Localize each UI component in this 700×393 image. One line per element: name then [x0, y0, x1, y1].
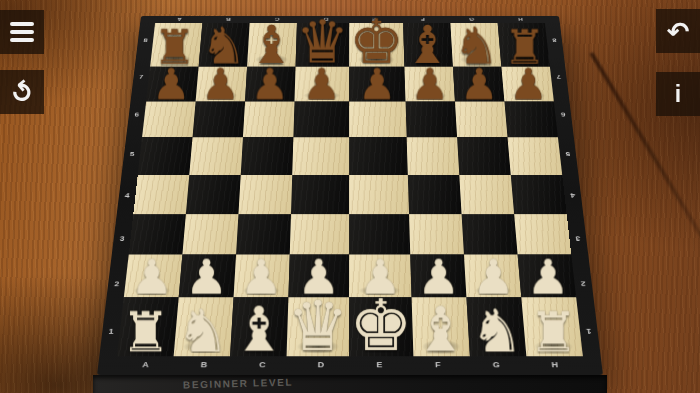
square-a7[interactable]: ♟: [146, 67, 199, 102]
white-king[interactable]: ♚: [349, 290, 413, 361]
square-f5[interactable]: [406, 137, 459, 175]
board-squares: ♜♞♝♛♚♝♞♜♟♟♟♟♟♟♟♟♟♟♟♟♟♟♟♟♜♞♝♛♚♝♞♜: [117, 23, 583, 356]
square-b3[interactable]: [182, 214, 238, 255]
square-a6[interactable]: [142, 101, 196, 137]
rank-label-right-1: 1: [580, 327, 599, 335]
square-a5[interactable]: [138, 137, 193, 175]
square-g6[interactable]: [455, 101, 508, 137]
rank-label-right-6: 6: [555, 111, 572, 118]
square-g5[interactable]: [457, 137, 511, 175]
rank-label-right-5: 5: [559, 150, 576, 157]
rank-label-right-2: 2: [574, 280, 592, 288]
square-e5[interactable]: [349, 137, 407, 175]
rank-label-left-4: 4: [119, 191, 136, 198]
square-a1[interactable]: ♜: [117, 297, 179, 356]
square-b6[interactable]: [193, 101, 246, 137]
chess-board[interactable]: ♜♞♝♛♚♝♞♜♟♟♟♟♟♟♟♟♟♟♟♟♟♟♟♟♜♞♝♛♚♝♞♜ 8877665…: [97, 16, 603, 375]
square-h2[interactable]: ♟: [518, 255, 577, 298]
square-g1[interactable]: ♞: [466, 297, 526, 356]
square-a4[interactable]: [133, 175, 189, 214]
rank-label-left-8: 8: [138, 37, 154, 43]
square-c2[interactable]: ♟: [234, 255, 290, 298]
square-d4[interactable]: [291, 175, 349, 214]
hamburger-menu-icon: [10, 22, 34, 42]
square-h4[interactable]: [511, 175, 567, 214]
square-c4[interactable]: [239, 175, 293, 214]
square-e7[interactable]: ♟: [349, 67, 405, 102]
undo-arrow-icon: ↶: [667, 18, 690, 45]
chess-3d-app-screen: ♜♞♝♛♚♝♞♜♟♟♟♟♟♟♟♟♟♟♟♟♟♟♟♟♜♞♝♛♚♝♞♜ 8877665…: [0, 0, 700, 393]
info-button[interactable]: i: [656, 72, 700, 116]
square-h5[interactable]: [507, 137, 562, 175]
square-b5[interactable]: [189, 137, 243, 175]
square-g7[interactable]: ♟: [453, 67, 505, 102]
rank-label-right-4: 4: [564, 191, 581, 198]
square-c1[interactable]: ♝: [230, 297, 288, 356]
square-e6[interactable]: [349, 101, 406, 137]
square-f6[interactable]: [405, 101, 457, 137]
square-b1[interactable]: ♞: [174, 297, 234, 356]
board-front-face: BEGINNER LEVEL: [93, 375, 607, 393]
square-h6[interactable]: [504, 101, 558, 137]
square-c3[interactable]: [236, 214, 291, 255]
menu-button[interactable]: [0, 10, 44, 54]
square-h1[interactable]: ♜: [521, 297, 583, 356]
square-c6[interactable]: [243, 101, 295, 137]
square-c5[interactable]: [241, 137, 294, 175]
file-label-bottom-e: E: [376, 361, 382, 370]
file-label-bottom-d: D: [317, 361, 324, 370]
file-label-bottom-h: H: [551, 361, 558, 370]
info-icon: i: [675, 83, 681, 106]
square-f7[interactable]: ♟: [404, 67, 455, 102]
white-bishop[interactable]: ♝: [414, 300, 469, 361]
file-label-bottom-c: C: [259, 361, 266, 370]
rank-label-left-1: 1: [102, 327, 121, 335]
square-f3[interactable]: [409, 214, 464, 255]
square-f4[interactable]: [407, 175, 461, 214]
square-f1[interactable]: ♝: [411, 297, 469, 356]
square-f2[interactable]: ♟: [410, 255, 466, 298]
rank-label-right-8: 8: [547, 37, 563, 43]
rank-label-left-6: 6: [129, 111, 146, 118]
file-label-bottom-b: B: [200, 361, 207, 370]
square-b2[interactable]: ♟: [179, 255, 236, 298]
rotate-board-button[interactable]: ↺: [0, 70, 44, 114]
square-a3[interactable]: [129, 214, 186, 255]
square-d5[interactable]: [293, 137, 350, 175]
chess-board-3d: ♜♞♝♛♚♝♞♜♟♟♟♟♟♟♟♟♟♟♟♟♟♟♟♟♜♞♝♛♚♝♞♜ 8877665…: [97, 16, 603, 375]
rank-label-left-7: 7: [133, 73, 149, 79]
white-knight[interactable]: ♞: [176, 301, 229, 360]
rank-label-right-3: 3: [569, 235, 587, 242]
rank-label-left-3: 3: [113, 235, 131, 242]
rank-label-left-5: 5: [124, 150, 141, 157]
rank-label-left-2: 2: [108, 280, 126, 288]
square-g2[interactable]: ♟: [464, 255, 521, 298]
square-e1[interactable]: ♚: [349, 297, 413, 356]
square-d1[interactable]: ♛: [287, 297, 349, 356]
file-label-bottom-a: A: [142, 361, 149, 370]
square-d3[interactable]: [290, 214, 349, 255]
square-b4[interactable]: [186, 175, 241, 214]
square-e3[interactable]: [349, 214, 410, 255]
level-label: BEGINNER LEVEL: [183, 377, 293, 391]
square-h3[interactable]: [514, 214, 571, 255]
square-e4[interactable]: [349, 175, 409, 214]
square-c7[interactable]: ♟: [245, 67, 296, 102]
white-knight[interactable]: ♞: [471, 301, 524, 360]
square-g3[interactable]: [461, 214, 517, 255]
white-bishop[interactable]: ♝: [232, 300, 287, 361]
file-label-bottom-g: G: [492, 361, 500, 370]
square-g4[interactable]: [459, 175, 514, 214]
square-d7[interactable]: ♟: [295, 67, 349, 102]
rank-label-right-7: 7: [551, 73, 567, 79]
square-a2[interactable]: ♟: [124, 255, 183, 298]
square-h7[interactable]: ♟: [501, 67, 554, 102]
square-d6[interactable]: [294, 101, 350, 137]
rotate-ccw-icon: ↺: [5, 74, 40, 109]
square-b7[interactable]: ♟: [196, 67, 248, 102]
file-label-bottom-f: F: [435, 361, 441, 370]
undo-button[interactable]: ↶: [656, 9, 700, 53]
